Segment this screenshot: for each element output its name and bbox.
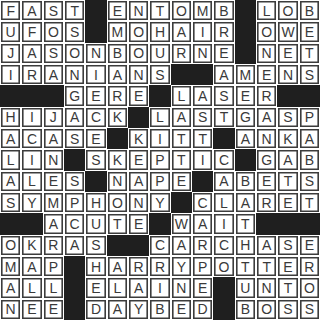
cell-r4c5[interactable]: I (85, 64, 106, 85)
cell-r5c10[interactable]: A (192, 85, 213, 106)
cell-r6c12[interactable]: G (235, 107, 256, 128)
cell-r12c1[interactable]: O (0, 235, 21, 256)
cell-r10c3[interactable]: M (43, 192, 64, 213)
cell-r5c6[interactable]: R (107, 85, 128, 106)
cell-r6c14[interactable]: S (277, 107, 298, 128)
cell-r2c14[interactable]: W (277, 21, 298, 42)
cell-r7c14[interactable]: K (277, 128, 298, 149)
cell-r9c14[interactable]: T (277, 171, 298, 192)
cell-r11c3[interactable]: A (43, 213, 64, 234)
cell-r15c8[interactable]: B (149, 299, 170, 320)
cell-r12c3[interactable]: R (43, 235, 64, 256)
block-r1c5 (85, 0, 106, 21)
cell-r8c3[interactable]: N (43, 149, 64, 170)
cell-r7c12[interactable]: A (235, 128, 256, 149)
cell-r4c15[interactable]: S (299, 64, 320, 85)
block-r6c7 (128, 107, 149, 128)
cell-r5c13[interactable]: R (256, 85, 277, 106)
cell-r9c12[interactable]: B (235, 171, 256, 192)
cell-r14c12[interactable]: U (235, 277, 256, 298)
cell-r11c7[interactable]: E (128, 213, 149, 234)
cell-r12c5[interactable]: S (85, 235, 106, 256)
cell-r15c3[interactable]: E (43, 299, 64, 320)
cell-r15c7[interactable]: Y (128, 299, 149, 320)
cell-r1c9[interactable]: O (171, 0, 192, 21)
cell-r4c7[interactable]: N (128, 64, 149, 85)
cell-r3c6[interactable]: B (107, 43, 128, 64)
cell-r12c9[interactable]: A (171, 235, 192, 256)
block-r5c2 (21, 85, 42, 106)
cell-r7c13[interactable]: N (256, 128, 277, 149)
cell-r5c12[interactable]: E (235, 85, 256, 106)
cell-r2c11[interactable]: R (213, 21, 234, 42)
cell-r9c15[interactable]: S (299, 171, 320, 192)
cell-r12c8[interactable]: C (149, 235, 170, 256)
cell-r14c6[interactable]: L (107, 277, 128, 298)
cell-r13c9[interactable]: Y (171, 256, 192, 277)
cell-r14c15[interactable]: O (299, 277, 320, 298)
cell-r13c14[interactable]: E (277, 256, 298, 277)
block-r7c11 (213, 128, 234, 149)
cell-r10c6[interactable]: O (107, 192, 128, 213)
cell-r7c4[interactable]: S (64, 128, 85, 149)
cell-r6c5[interactable]: C (85, 107, 106, 128)
cell-r10c4[interactable]: P (64, 192, 85, 213)
cell-r2c4[interactable]: S (64, 21, 85, 42)
cell-r10c11[interactable]: L (213, 192, 234, 213)
cell-r1c15[interactable]: B (299, 0, 320, 21)
cell-r11c12[interactable]: T (235, 213, 256, 234)
cell-r4c12[interactable]: M (235, 64, 256, 85)
cell-r8c7[interactable]: E (128, 149, 149, 170)
cell-r11c11[interactable]: I (213, 213, 234, 234)
block-r11c13 (256, 213, 277, 234)
cell-r14c2[interactable]: L (21, 277, 42, 298)
cell-r14c1[interactable]: A (0, 277, 21, 298)
cell-r12c15[interactable]: E (299, 235, 320, 256)
block-r12c7 (128, 235, 149, 256)
cell-r9c4[interactable]: S (64, 171, 85, 192)
cell-r12c2[interactable]: K (21, 235, 42, 256)
cell-r10c14[interactable]: E (277, 192, 298, 213)
block-r4c10 (192, 64, 213, 85)
cell-r13c3[interactable]: P (43, 256, 64, 277)
cell-r15c1[interactable]: N (0, 299, 21, 320)
cell-r1c10[interactable]: M (192, 0, 213, 21)
cell-r14c7[interactable]: A (128, 277, 149, 298)
cell-r13c5[interactable]: H (85, 256, 106, 277)
cell-r14c9[interactable]: N (171, 277, 192, 298)
cell-r6c1[interactable]: H (0, 107, 21, 128)
block-r15c11 (213, 299, 234, 320)
cell-r8c8[interactable]: P (149, 149, 170, 170)
cell-r13c2[interactable]: A (21, 256, 42, 277)
cell-r3c5[interactable]: N (85, 43, 106, 64)
cell-r10c5[interactable]: H (85, 192, 106, 213)
cell-r8c11[interactable]: C (213, 149, 234, 170)
cell-r3c3[interactable]: S (43, 43, 64, 64)
cell-r5c5[interactable]: E (85, 85, 106, 106)
cell-r3c14[interactable]: E (277, 43, 298, 64)
cell-r7c2[interactable]: C (21, 128, 42, 149)
block-r14c4 (64, 277, 85, 298)
cell-r10c8[interactable]: Y (149, 192, 170, 213)
cell-r9c6[interactable]: N (107, 171, 128, 192)
cell-r6c10[interactable]: S (192, 107, 213, 128)
cell-r2c2[interactable]: F (21, 21, 42, 42)
block-r5c14 (277, 85, 298, 106)
cell-r1c3[interactable]: S (43, 0, 64, 21)
cell-r7c3[interactable]: A (43, 128, 64, 149)
cell-r3c15[interactable]: T (299, 43, 320, 64)
cell-r3c11[interactable]: E (213, 43, 234, 64)
cell-r9c3[interactable]: E (43, 171, 64, 192)
cell-r4c14[interactable]: N (277, 64, 298, 85)
cell-r14c3[interactable]: L (43, 277, 64, 298)
block-r5c15 (299, 85, 320, 106)
cell-r15c5[interactable]: D (85, 299, 106, 320)
cell-r3c13[interactable]: N (256, 43, 277, 64)
cell-r6c4[interactable]: A (64, 107, 85, 128)
cell-r12c4[interactable]: A (64, 235, 85, 256)
cell-r2c1[interactable]: U (0, 21, 21, 42)
cell-r11c5[interactable]: U (85, 213, 106, 234)
block-r11c14 (277, 213, 298, 234)
cell-r7c8[interactable]: I (149, 128, 170, 149)
block-r9c5 (85, 171, 106, 192)
cell-r13c8[interactable]: R (149, 256, 170, 277)
cell-r12c13[interactable]: A (256, 235, 277, 256)
cell-r3c10[interactable]: N (192, 43, 213, 64)
cell-r13c6[interactable]: A (107, 256, 128, 277)
cell-r12c14[interactable]: S (277, 235, 298, 256)
block-r8c12 (235, 149, 256, 170)
cell-r9c1[interactable]: A (0, 171, 21, 192)
cell-r12c12[interactable]: H (235, 235, 256, 256)
cell-r2c10[interactable]: I (192, 21, 213, 42)
cell-r12c10[interactable]: R (192, 235, 213, 256)
cell-r13c1[interactable]: M (0, 256, 21, 277)
cell-r14c5[interactable]: E (85, 277, 106, 298)
block-r7c6 (107, 128, 128, 149)
cell-r9c11[interactable]: A (213, 171, 234, 192)
cell-r15c14[interactable]: S (277, 299, 298, 320)
cell-r3c4[interactable]: O (64, 43, 85, 64)
cell-r5c4[interactable]: G (64, 85, 85, 106)
block-r11c15 (299, 213, 320, 234)
cell-r2c13[interactable]: O (256, 21, 277, 42)
cell-r2c15[interactable]: E (299, 21, 320, 42)
cell-r8c5[interactable]: S (85, 149, 106, 170)
cell-r10c13[interactable]: R (256, 192, 277, 213)
cell-r9c2[interactable]: L (21, 171, 42, 192)
cell-r6c15[interactable]: P (299, 107, 320, 128)
block-r2c12 (235, 21, 256, 42)
block-r11c2 (21, 213, 42, 234)
cell-r4c8[interactable]: S (149, 64, 170, 85)
cell-r15c6[interactable]: A (107, 299, 128, 320)
cell-r6c13[interactable]: A (256, 107, 277, 128)
cell-r15c2[interactable]: E (21, 299, 42, 320)
cell-r10c7[interactable]: N (128, 192, 149, 213)
cell-r6c11[interactable]: T (213, 107, 234, 128)
cell-r6c6[interactable]: K (107, 107, 128, 128)
cell-r11c9[interactable]: W (171, 213, 192, 234)
cell-r14c14[interactable]: T (277, 277, 298, 298)
cell-r15c9[interactable]: E (171, 299, 192, 320)
cell-r2c3[interactable]: O (43, 21, 64, 42)
cell-r14c10[interactable]: E (192, 277, 213, 298)
cell-r1c13[interactable]: L (256, 0, 277, 21)
cell-r1c1[interactable]: F (0, 0, 21, 21)
block-r5c8 (149, 85, 170, 106)
cell-r2c7[interactable]: O (128, 21, 149, 42)
block-r4c9 (171, 64, 192, 85)
cell-r1c8[interactable]: T (149, 0, 170, 21)
cell-r15c12[interactable]: B (235, 299, 256, 320)
cell-r7c1[interactable]: A (0, 128, 21, 149)
cell-r10c1[interactable]: S (0, 192, 21, 213)
cell-r10c2[interactable]: Y (21, 192, 42, 213)
cell-r13c12[interactable]: T (235, 256, 256, 277)
cell-r8c15[interactable]: B (299, 149, 320, 170)
block-r1c12 (235, 0, 256, 21)
cell-r7c15[interactable]: A (299, 128, 320, 149)
cell-r13c10[interactable]: P (192, 256, 213, 277)
block-r5c1 (0, 85, 21, 106)
block-r8c4 (64, 149, 85, 170)
cell-r15c15[interactable]: S (299, 299, 320, 320)
cell-r7c9[interactable]: T (171, 128, 192, 149)
cell-r13c15[interactable]: R (299, 256, 320, 277)
cell-r2c6[interactable]: M (107, 21, 128, 42)
cell-r6c8[interactable]: L (149, 107, 170, 128)
cell-r4c3[interactable]: A (43, 64, 64, 85)
cell-r5c9[interactable]: L (171, 85, 192, 106)
cell-r10c10[interactable]: C (192, 192, 213, 213)
cell-r10c15[interactable]: T (299, 192, 320, 213)
cell-r3c8[interactable]: U (149, 43, 170, 64)
block-r11c1 (0, 213, 21, 234)
cell-r5c11[interactable]: S (213, 85, 234, 106)
cell-r3c9[interactable]: R (171, 43, 192, 64)
crossword-board: FASTENTOMBLOBUFOSMOHAIROWEJASONBOURNENET… (0, 0, 320, 320)
block-r15c4 (64, 299, 85, 320)
cell-r12c11[interactable]: C (213, 235, 234, 256)
cell-r9c13[interactable]: E (256, 171, 277, 192)
block-r10c9 (171, 192, 192, 213)
cell-r10c12[interactable]: A (235, 192, 256, 213)
cell-r8c1[interactable]: L (0, 149, 21, 170)
block-r11c8 (149, 213, 170, 234)
cell-r8c2[interactable]: I (21, 149, 42, 170)
cell-r9c7[interactable]: A (128, 171, 149, 192)
cell-r15c10[interactable]: D (192, 299, 213, 320)
cell-r11c6[interactable]: T (107, 213, 128, 234)
block-r2c5 (85, 21, 106, 42)
cell-r4c4[interactable]: N (64, 64, 85, 85)
cell-r4c2[interactable]: R (21, 64, 42, 85)
cell-r8c13[interactable]: G (256, 149, 277, 170)
cell-r7c10[interactable]: T (192, 128, 213, 149)
cell-r1c6[interactable]: E (107, 0, 128, 21)
cell-r2c8[interactable]: H (149, 21, 170, 42)
cell-r14c13[interactable]: N (256, 277, 277, 298)
cell-r6c9[interactable]: A (171, 107, 192, 128)
block-r14c11 (213, 277, 234, 298)
cell-r14c8[interactable]: I (149, 277, 170, 298)
cell-r7c7[interactable]: K (128, 128, 149, 149)
cell-r1c7[interactable]: N (128, 0, 149, 21)
cell-r4c13[interactable]: E (256, 64, 277, 85)
cell-r4c6[interactable]: A (107, 64, 128, 85)
cell-r13c7[interactable]: R (128, 256, 149, 277)
cell-r1c11[interactable]: B (213, 0, 234, 21)
cell-r3c1[interactable]: J (0, 43, 21, 64)
block-r5c3 (43, 85, 64, 106)
cell-r9c9[interactable]: E (171, 171, 192, 192)
cell-r8c9[interactable]: T (171, 149, 192, 170)
cell-r5c7[interactable]: E (128, 85, 149, 106)
cell-r11c4[interactable]: C (64, 213, 85, 234)
cell-r4c11[interactable]: A (213, 64, 234, 85)
cell-r13c11[interactable]: O (213, 256, 234, 277)
cell-r3c7[interactable]: O (128, 43, 149, 64)
cell-r11c10[interactable]: A (192, 213, 213, 234)
block-r9c10 (192, 171, 213, 192)
cell-r1c2[interactable]: A (21, 0, 42, 21)
cell-r8c6[interactable]: K (107, 149, 128, 170)
cell-r9c8[interactable]: P (149, 171, 170, 192)
cell-r6c2[interactable]: I (21, 107, 42, 128)
cell-r8c14[interactable]: A (277, 149, 298, 170)
cell-r1c4[interactable]: T (64, 0, 85, 21)
block-r12c6 (107, 235, 128, 256)
cell-r6c3[interactable]: J (43, 107, 64, 128)
cell-r13c13[interactable]: T (256, 256, 277, 277)
block-r3c12 (235, 43, 256, 64)
cell-r1c14[interactable]: O (277, 0, 298, 21)
cell-r8c10[interactable]: I (192, 149, 213, 170)
cell-r4c1[interactable]: I (0, 64, 21, 85)
cell-r2c9[interactable]: A (171, 21, 192, 42)
block-r13c4 (64, 256, 85, 277)
cell-r7c5[interactable]: E (85, 128, 106, 149)
cell-r3c2[interactable]: A (21, 43, 42, 64)
cell-r15c13[interactable]: O (256, 299, 277, 320)
